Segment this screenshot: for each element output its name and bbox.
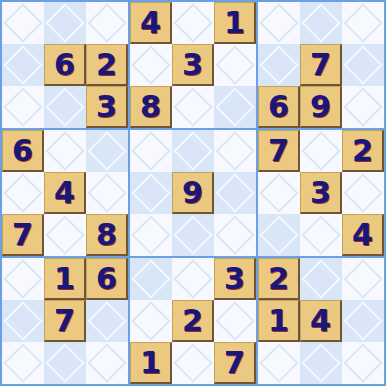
diamond-pattern-icon (343, 3, 383, 43)
diamond-pattern-icon (215, 173, 255, 213)
cell-r2c3: 2 (86, 44, 128, 86)
diamond-pattern-icon (131, 215, 171, 255)
cell-r9c2[interactable] (44, 342, 86, 384)
cell-r9c7[interactable] (258, 342, 300, 384)
cell-r4c6[interactable] (214, 130, 256, 172)
given-digit: 6 (12, 136, 33, 166)
given-digit: 7 (268, 136, 289, 166)
cell-r1c4: 4 (130, 2, 172, 44)
given-digit: 4 (54, 178, 75, 208)
cell-r9c6: 7 (214, 342, 256, 384)
cell-r3c7: 6 (258, 86, 300, 128)
diamond-pattern-icon (173, 3, 213, 43)
box-r3c1: 167 (2, 258, 128, 384)
cell-r8c5: 2 (172, 300, 214, 342)
diamond-pattern-icon (131, 131, 171, 171)
cell-r8c7: 1 (258, 300, 300, 342)
given-digit: 8 (140, 92, 161, 122)
cell-r7c8[interactable] (300, 258, 342, 300)
cell-r9c9[interactable] (342, 342, 384, 384)
diamond-pattern-icon (301, 259, 341, 299)
box-r3c3: 214 (258, 258, 384, 384)
diamond-pattern-icon (343, 301, 383, 341)
cell-r6c5[interactable] (172, 214, 214, 256)
cell-r1c6: 1 (214, 2, 256, 44)
cell-r8c8: 4 (300, 300, 342, 342)
diamond-pattern-icon (87, 343, 127, 383)
diamond-pattern-icon (87, 301, 127, 341)
given-digit: 2 (96, 50, 117, 80)
sudoku-board: 62341387696478972341673217214 (0, 0, 386, 386)
cell-r2c1[interactable] (2, 44, 44, 86)
cell-r2c8: 7 (300, 44, 342, 86)
cell-r4c8[interactable] (300, 130, 342, 172)
diamond-pattern-icon (215, 45, 255, 85)
cell-r3c1[interactable] (2, 86, 44, 128)
cell-r1c3[interactable] (86, 2, 128, 44)
diamond-pattern-icon (215, 131, 255, 171)
box-r1c1: 623 (2, 2, 128, 128)
cell-r5c9[interactable] (342, 172, 384, 214)
cell-r5c4[interactable] (130, 172, 172, 214)
given-digit: 6 (268, 92, 289, 122)
diamond-pattern-icon (301, 215, 341, 255)
cell-r7c4[interactable] (130, 258, 172, 300)
given-digit: 6 (54, 50, 75, 80)
cell-r2c5: 3 (172, 44, 214, 86)
box-r1c3: 769 (258, 2, 384, 128)
diamond-pattern-icon (301, 131, 341, 171)
cell-r1c5[interactable] (172, 2, 214, 44)
diamond-pattern-icon (3, 343, 43, 383)
diamond-pattern-icon (259, 173, 299, 213)
cell-r3c6[interactable] (214, 86, 256, 128)
cell-r4c2[interactable] (44, 130, 86, 172)
cell-r5c7[interactable] (258, 172, 300, 214)
cell-r7c9[interactable] (342, 258, 384, 300)
diamond-pattern-icon (3, 259, 43, 299)
cell-r7c3: 6 (86, 258, 128, 300)
cell-r1c2[interactable] (44, 2, 86, 44)
diamond-pattern-icon (173, 259, 213, 299)
cell-r6c3: 8 (86, 214, 128, 256)
given-digit: 7 (54, 306, 75, 336)
given-digit: 4 (140, 8, 161, 38)
cell-r4c1: 6 (2, 130, 44, 172)
diamond-pattern-icon (131, 45, 171, 85)
cell-r6c9: 4 (342, 214, 384, 256)
diamond-pattern-icon (343, 87, 383, 127)
cell-r2c2: 6 (44, 44, 86, 86)
cell-r2c4[interactable] (130, 44, 172, 86)
given-digit: 8 (96, 220, 117, 250)
cell-r6c4[interactable] (130, 214, 172, 256)
diamond-pattern-icon (131, 301, 171, 341)
diamond-pattern-icon (45, 215, 85, 255)
given-digit: 7 (224, 348, 245, 378)
given-digit: 1 (140, 348, 161, 378)
cell-r9c4: 1 (130, 342, 172, 384)
cell-r7c5[interactable] (172, 258, 214, 300)
cell-r3c4: 8 (130, 86, 172, 128)
given-digit: 4 (352, 220, 373, 250)
given-digit: 1 (224, 8, 245, 38)
cell-r7c2: 1 (44, 258, 86, 300)
cell-r6c1: 7 (2, 214, 44, 256)
cell-r9c3[interactable] (86, 342, 128, 384)
diamond-pattern-icon (173, 343, 213, 383)
given-digit: 1 (268, 306, 289, 336)
cell-r7c1[interactable] (2, 258, 44, 300)
given-digit: 3 (96, 92, 117, 122)
diamond-pattern-icon (259, 3, 299, 43)
diamond-pattern-icon (45, 131, 85, 171)
cell-r9c5[interactable] (172, 342, 214, 384)
diamond-pattern-icon (131, 173, 171, 213)
cell-r8c1[interactable] (2, 300, 44, 342)
cell-r5c8: 3 (300, 172, 342, 214)
cell-r5c6[interactable] (214, 172, 256, 214)
cell-r4c7: 7 (258, 130, 300, 172)
cell-r4c3[interactable] (86, 130, 128, 172)
cell-r6c2[interactable] (44, 214, 86, 256)
diamond-pattern-icon (215, 87, 255, 127)
diamond-pattern-icon (259, 215, 299, 255)
diamond-pattern-icon (87, 131, 127, 171)
given-digit: 6 (96, 264, 117, 294)
cell-r5c3[interactable] (86, 172, 128, 214)
diamond-pattern-icon (259, 343, 299, 383)
cell-r9c8[interactable] (300, 342, 342, 384)
cell-r3c2[interactable] (44, 86, 86, 128)
given-digit: 3 (310, 178, 331, 208)
diamond-pattern-icon (3, 45, 43, 85)
given-digit: 2 (268, 264, 289, 294)
cell-r5c5: 9 (172, 172, 214, 214)
given-digit: 2 (352, 136, 373, 166)
cell-r8c2: 7 (44, 300, 86, 342)
diamond-pattern-icon (259, 45, 299, 85)
diamond-pattern-icon (301, 343, 341, 383)
diamond-pattern-icon (3, 173, 43, 213)
cell-r8c3[interactable] (86, 300, 128, 342)
diamond-pattern-icon (173, 87, 213, 127)
box-r3c2: 3217 (130, 258, 256, 384)
diamond-pattern-icon (173, 215, 213, 255)
diamond-pattern-icon (343, 173, 383, 213)
diamond-pattern-icon (87, 3, 127, 43)
diamond-pattern-icon (343, 45, 383, 85)
diamond-pattern-icon (3, 87, 43, 127)
cell-r3c8: 9 (300, 86, 342, 128)
given-digit: 3 (224, 264, 245, 294)
diamond-pattern-icon (131, 259, 171, 299)
given-digit: 1 (54, 264, 75, 294)
cell-r1c7[interactable] (258, 2, 300, 44)
box-r2c2: 9 (130, 130, 256, 256)
cell-r6c7[interactable] (258, 214, 300, 256)
diamond-pattern-icon (343, 259, 383, 299)
cell-r3c3: 3 (86, 86, 128, 128)
diamond-pattern-icon (173, 131, 213, 171)
given-digit: 4 (310, 306, 331, 336)
given-digit: 9 (182, 178, 203, 208)
cell-r3c9[interactable] (342, 86, 384, 128)
given-digit: 7 (310, 50, 331, 80)
diamond-pattern-icon (3, 3, 43, 43)
cell-r5c1[interactable] (2, 172, 44, 214)
given-digit: 3 (182, 50, 203, 80)
diamond-pattern-icon (215, 301, 255, 341)
diamond-pattern-icon (45, 3, 85, 43)
cell-r2c9[interactable] (342, 44, 384, 86)
cell-r8c6[interactable] (214, 300, 256, 342)
cell-r2c7[interactable] (258, 44, 300, 86)
given-digit: 2 (182, 306, 203, 336)
diamond-pattern-icon (87, 173, 127, 213)
box-r2c1: 6478 (2, 130, 128, 256)
diamond-pattern-icon (343, 343, 383, 383)
cell-r5c2: 4 (44, 172, 86, 214)
cell-r1c8[interactable] (300, 2, 342, 44)
given-digit: 7 (12, 220, 33, 250)
given-digit: 9 (310, 92, 331, 122)
box-r2c3: 7234 (258, 130, 384, 256)
cell-r4c4[interactable] (130, 130, 172, 172)
cell-r7c6: 3 (214, 258, 256, 300)
box-r1c2: 4138 (130, 2, 256, 128)
cell-r1c9[interactable] (342, 2, 384, 44)
diamond-pattern-icon (3, 301, 43, 341)
cell-r3c5[interactable] (172, 86, 214, 128)
cell-r6c8[interactable] (300, 214, 342, 256)
cell-r6c6[interactable] (214, 214, 256, 256)
diamond-pattern-icon (45, 87, 85, 127)
diamond-pattern-icon (301, 3, 341, 43)
diamond-pattern-icon (45, 343, 85, 383)
cell-r9c1[interactable] (2, 342, 44, 384)
cell-r2c6[interactable] (214, 44, 256, 86)
cell-r8c4[interactable] (130, 300, 172, 342)
cell-r4c9: 2 (342, 130, 384, 172)
cell-r4c5[interactable] (172, 130, 214, 172)
cell-r1c1[interactable] (2, 2, 44, 44)
cell-r7c7: 2 (258, 258, 300, 300)
diamond-pattern-icon (215, 215, 255, 255)
cell-r8c9[interactable] (342, 300, 384, 342)
